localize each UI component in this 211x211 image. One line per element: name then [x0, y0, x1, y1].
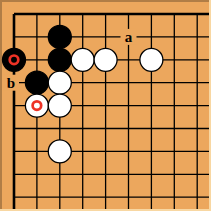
go-board[interactable]: ab [0, 0, 211, 211]
white-stone[interactable] [25, 94, 48, 117]
white-stone[interactable] [48, 71, 71, 94]
point-label-a[interactable]: a [125, 29, 133, 45]
board-bevel-right [209, 0, 211, 211]
black-stone[interactable] [3, 48, 26, 71]
white-stone[interactable] [71, 48, 94, 71]
board-svg: ab [0, 0, 211, 211]
black-stone[interactable] [48, 25, 71, 48]
white-stone[interactable] [140, 48, 163, 71]
black-stone[interactable] [25, 71, 48, 94]
white-stone[interactable] [94, 48, 117, 71]
black-stone[interactable] [48, 48, 71, 71]
point-label-b[interactable]: b [7, 75, 15, 91]
board-bevel-bottom [0, 209, 211, 211]
white-stone[interactable] [48, 140, 71, 163]
white-stone[interactable] [48, 94, 71, 117]
board-bevel-top [0, 0, 211, 2]
board-bevel-left [0, 0, 2, 211]
